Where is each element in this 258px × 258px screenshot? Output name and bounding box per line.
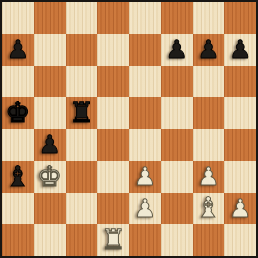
square-e6[interactable] — [129, 66, 161, 98]
square-c1[interactable] — [66, 224, 98, 256]
square-a2[interactable] — [2, 193, 34, 225]
square-h1[interactable] — [224, 224, 256, 256]
chess-board: ♟♟♟♟♚♜♟♝♚♟♟♟♝♟♜ — [0, 0, 258, 258]
square-h2[interactable]: ♟ — [224, 193, 256, 225]
black-pawn[interactable]: ♟ — [165, 37, 187, 62]
black-pawn[interactable]: ♟ — [7, 37, 29, 62]
square-d8[interactable] — [97, 2, 129, 34]
square-c8[interactable] — [66, 2, 98, 34]
square-f4[interactable] — [161, 129, 193, 161]
square-g7[interactable]: ♟ — [193, 34, 225, 66]
square-e3[interactable]: ♟ — [129, 161, 161, 193]
square-d7[interactable] — [97, 34, 129, 66]
square-b2[interactable] — [34, 193, 66, 225]
white-king[interactable]: ♚ — [37, 163, 62, 191]
square-b7[interactable] — [34, 34, 66, 66]
square-d5[interactable] — [97, 97, 129, 129]
square-h4[interactable] — [224, 129, 256, 161]
square-b1[interactable] — [34, 224, 66, 256]
square-b8[interactable] — [34, 2, 66, 34]
square-e5[interactable] — [129, 97, 161, 129]
square-g1[interactable] — [193, 224, 225, 256]
square-b6[interactable] — [34, 66, 66, 98]
square-a6[interactable] — [2, 66, 34, 98]
square-h3[interactable] — [224, 161, 256, 193]
square-g2[interactable]: ♝ — [193, 193, 225, 225]
square-a3[interactable]: ♝ — [2, 161, 34, 193]
white-bishop[interactable]: ♝ — [196, 194, 221, 222]
square-f3[interactable] — [161, 161, 193, 193]
square-f1[interactable] — [161, 224, 193, 256]
square-e4[interactable] — [129, 129, 161, 161]
square-a5[interactable]: ♚ — [2, 97, 34, 129]
square-h6[interactable] — [224, 66, 256, 98]
square-h8[interactable] — [224, 2, 256, 34]
square-d2[interactable] — [97, 193, 129, 225]
square-h7[interactable]: ♟ — [224, 34, 256, 66]
square-g4[interactable] — [193, 129, 225, 161]
square-c3[interactable] — [66, 161, 98, 193]
square-d4[interactable] — [97, 129, 129, 161]
square-g6[interactable] — [193, 66, 225, 98]
square-d6[interactable] — [97, 66, 129, 98]
white-pawn[interactable]: ♟ — [134, 196, 156, 221]
white-pawn[interactable]: ♟ — [229, 196, 251, 221]
square-c2[interactable] — [66, 193, 98, 225]
black-king[interactable]: ♚ — [5, 99, 30, 127]
square-c7[interactable] — [66, 34, 98, 66]
black-pawn[interactable]: ♟ — [38, 132, 60, 157]
square-a7[interactable]: ♟ — [2, 34, 34, 66]
square-f2[interactable] — [161, 193, 193, 225]
square-g3[interactable]: ♟ — [193, 161, 225, 193]
white-pawn[interactable]: ♟ — [134, 164, 156, 189]
black-pawn[interactable]: ♟ — [229, 37, 251, 62]
square-e2[interactable]: ♟ — [129, 193, 161, 225]
square-g8[interactable] — [193, 2, 225, 34]
square-f8[interactable] — [161, 2, 193, 34]
square-h5[interactable] — [224, 97, 256, 129]
square-e7[interactable] — [129, 34, 161, 66]
square-b4[interactable]: ♟ — [34, 129, 66, 161]
square-f7[interactable]: ♟ — [161, 34, 193, 66]
black-rook[interactable]: ♜ — [69, 99, 94, 127]
square-d1[interactable]: ♜ — [97, 224, 129, 256]
square-d3[interactable] — [97, 161, 129, 193]
square-b5[interactable] — [34, 97, 66, 129]
square-c5[interactable]: ♜ — [66, 97, 98, 129]
black-pawn[interactable]: ♟ — [197, 37, 219, 62]
square-e1[interactable] — [129, 224, 161, 256]
square-c4[interactable] — [66, 129, 98, 161]
square-b3[interactable]: ♚ — [34, 161, 66, 193]
board-grid: ♟♟♟♟♚♜♟♝♚♟♟♟♝♟♜ — [2, 2, 256, 256]
square-a1[interactable] — [2, 224, 34, 256]
black-bishop[interactable]: ♝ — [5, 163, 30, 191]
square-e8[interactable] — [129, 2, 161, 34]
square-a8[interactable] — [2, 2, 34, 34]
square-c6[interactable] — [66, 66, 98, 98]
square-f6[interactable] — [161, 66, 193, 98]
square-g5[interactable] — [193, 97, 225, 129]
white-pawn[interactable]: ♟ — [197, 164, 219, 189]
square-f5[interactable] — [161, 97, 193, 129]
square-a4[interactable] — [2, 129, 34, 161]
white-rook[interactable]: ♜ — [101, 226, 126, 254]
